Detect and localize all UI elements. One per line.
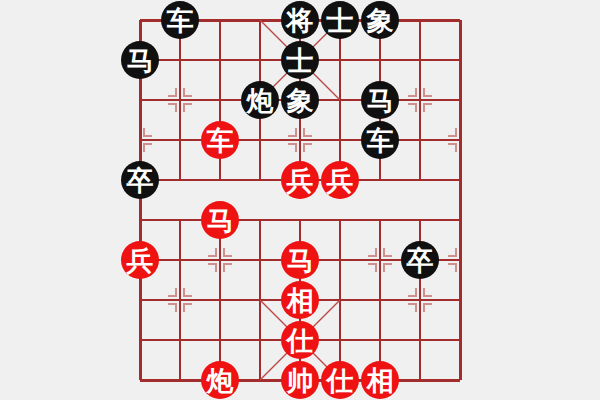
piece-red-elephant[interactable]: 相 xyxy=(361,361,399,399)
piece-black-soldier[interactable]: 卒 xyxy=(401,241,439,279)
piece-red-soldier[interactable]: 兵 xyxy=(121,241,159,279)
piece-red-cannon[interactable]: 炮 xyxy=(201,361,239,399)
piece-red-horse[interactable]: 马 xyxy=(201,201,239,239)
piece-black-advisor[interactable]: 士 xyxy=(321,1,359,39)
piece-black-soldier[interactable]: 卒 xyxy=(121,161,159,199)
piece-red-chariot[interactable]: 车 xyxy=(201,121,239,159)
piece-red-horse[interactable]: 马 xyxy=(281,241,319,279)
piece-black-cannon[interactable]: 炮 xyxy=(241,81,279,119)
piece-black-advisor[interactable]: 士 xyxy=(281,41,319,79)
piece-black-general[interactable]: 将 xyxy=(281,1,319,39)
piece-red-general[interactable]: 帅 xyxy=(281,361,319,399)
piece-black-horse[interactable]: 马 xyxy=(361,81,399,119)
piece-red-elephant[interactable]: 相 xyxy=(281,281,319,319)
piece-black-chariot[interactable]: 车 xyxy=(161,1,199,39)
piece-black-elephant[interactable]: 象 xyxy=(361,1,399,39)
piece-black-chariot[interactable]: 车 xyxy=(361,121,399,159)
xiangqi-board[interactable]: 车将士象马士炮象马车车卒兵兵马兵马卒相仕炮帅仕相 xyxy=(0,0,600,400)
screenshot-root: 车将士象马士炮象马车车卒兵兵马兵马卒相仕炮帅仕相 xyxy=(0,0,600,400)
piece-black-elephant[interactable]: 象 xyxy=(281,81,319,119)
piece-red-soldier[interactable]: 兵 xyxy=(281,161,319,199)
piece-red-soldier[interactable]: 兵 xyxy=(321,161,359,199)
piece-black-horse[interactable]: 马 xyxy=(121,41,159,79)
piece-red-advisor[interactable]: 仕 xyxy=(321,361,359,399)
piece-red-advisor[interactable]: 仕 xyxy=(281,321,319,359)
pieces-layer: 车将士象马士炮象马车车卒兵兵马兵马卒相仕炮帅仕相 xyxy=(120,0,480,400)
